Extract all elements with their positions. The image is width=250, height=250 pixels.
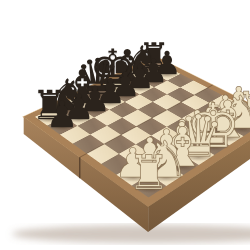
chess-set-photo: ♜♞♟♝♟♚♟♛♟♝♟♞♟♟♜♟♟♜♟♟♞♟♝♟♚♟♛♟♝♟♞♜ (0, 0, 250, 250)
board-grid (35, 61, 250, 198)
chess-board (22, 55, 250, 208)
box-drop-shadow (12, 225, 250, 243)
